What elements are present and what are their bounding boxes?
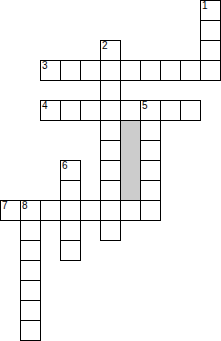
grid-cell[interactable] <box>80 200 101 221</box>
grid-cell[interactable] <box>60 160 81 181</box>
grid-cell[interactable] <box>100 140 121 161</box>
grid-cell[interactable] <box>60 240 81 261</box>
grid-cell[interactable] <box>40 200 61 221</box>
grid-cell[interactable] <box>100 120 121 141</box>
grid-cell[interactable] <box>140 120 161 141</box>
grid-cell[interactable] <box>60 180 81 201</box>
grid-cell[interactable] <box>180 100 201 121</box>
grid-cell[interactable] <box>140 100 161 121</box>
grid-cell[interactable] <box>120 100 141 121</box>
grid-cell[interactable] <box>100 60 121 81</box>
grid-cell[interactable] <box>40 100 61 121</box>
grid-cell[interactable] <box>200 20 221 41</box>
grid-cell[interactable] <box>20 300 41 321</box>
grid-cell[interactable] <box>100 200 121 221</box>
grid-cell[interactable] <box>20 240 41 261</box>
grid-cell[interactable] <box>160 100 181 121</box>
grid-cell[interactable] <box>160 60 181 81</box>
grid-cell[interactable] <box>140 160 161 181</box>
grid-cell[interactable] <box>200 0 221 21</box>
grid-cell[interactable] <box>120 60 141 81</box>
grid-cell[interactable] <box>180 60 201 81</box>
grid-cell[interactable] <box>120 200 141 221</box>
grid-cell[interactable] <box>140 60 161 81</box>
grid-cell[interactable] <box>100 40 121 61</box>
grid-cell[interactable] <box>100 100 121 121</box>
grid-cell[interactable] <box>200 60 221 81</box>
grid-cell[interactable] <box>60 200 81 221</box>
grid-cell[interactable] <box>20 280 41 301</box>
crossword-board: 12345678 <box>0 0 221 341</box>
grid-cell[interactable] <box>100 80 121 101</box>
grid-cell[interactable] <box>60 220 81 241</box>
grid-cell[interactable] <box>20 320 41 341</box>
grid-cell[interactable] <box>80 60 101 81</box>
grid-cell[interactable] <box>100 180 121 201</box>
grid-cell[interactable] <box>200 40 221 61</box>
grid-cell[interactable] <box>20 200 41 221</box>
grid-cell[interactable] <box>60 100 81 121</box>
grid-cell[interactable] <box>140 180 161 201</box>
grid-cell[interactable] <box>40 60 61 81</box>
grid-cell[interactable] <box>140 140 161 161</box>
grid-cell[interactable] <box>100 220 121 241</box>
grid-cell[interactable] <box>80 100 101 121</box>
grid-cell[interactable] <box>60 60 81 81</box>
shaded-highlight-strip[interactable] <box>120 120 141 201</box>
grid-cell[interactable] <box>20 260 41 281</box>
grid-cell[interactable] <box>100 160 121 181</box>
grid-cell[interactable] <box>140 200 161 221</box>
grid-cell[interactable] <box>0 200 21 221</box>
grid-cell[interactable] <box>20 220 41 241</box>
